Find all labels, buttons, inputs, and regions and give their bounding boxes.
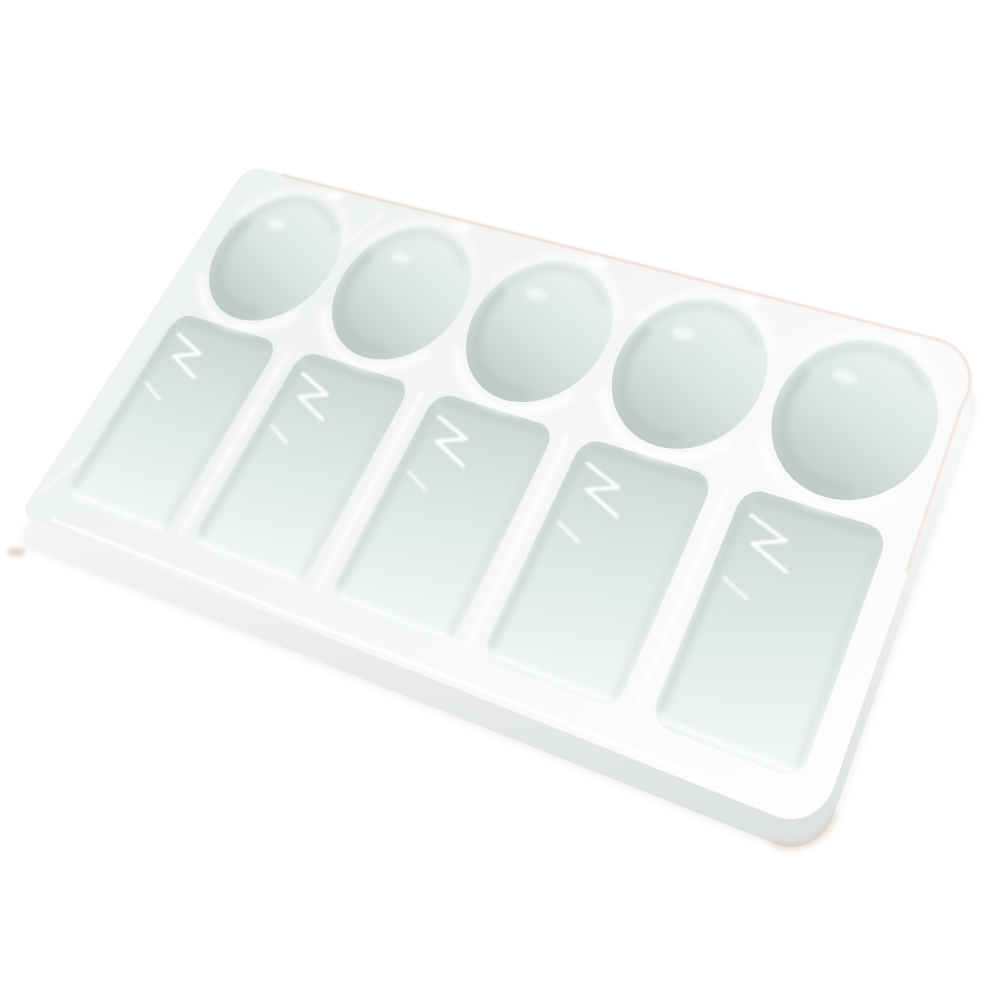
warm-smudge-left-corner (8, 547, 26, 556)
product-photo: White porcelain artist's paint palette t… (0, 0, 1002, 1002)
palette-tray (0, 0, 1002, 1002)
